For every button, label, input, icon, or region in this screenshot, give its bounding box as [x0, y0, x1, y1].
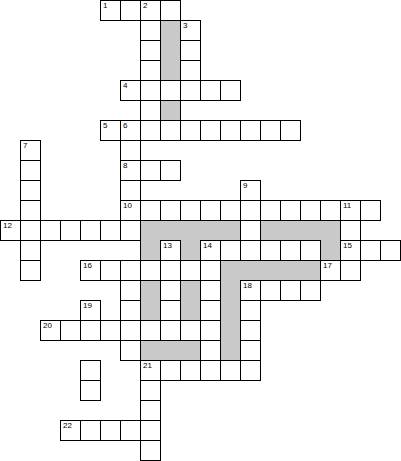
cell-r16c5[interactable]	[100, 320, 121, 341]
cell-r10c12[interactable]	[240, 200, 261, 221]
cell-r15c10[interactable]	[200, 300, 221, 321]
cell-r3c9[interactable]	[180, 60, 201, 81]
clue-number-17: 17	[323, 261, 332, 270]
cell-r4c8[interactable]	[160, 80, 181, 101]
cell-r2c7[interactable]	[140, 40, 161, 61]
cell-r14c12[interactable]: 18	[240, 280, 261, 301]
shaded-cell-r13c12	[240, 260, 261, 281]
cell-r10c13[interactable]	[260, 200, 281, 221]
cell-r11c5[interactable]	[100, 220, 121, 241]
cell-r9c6[interactable]	[120, 180, 141, 201]
cell-r15c4[interactable]: 19	[80, 300, 101, 321]
shaded-cell-r11c16	[320, 220, 341, 241]
cell-r14c15[interactable]	[300, 280, 321, 301]
shaded-cell-r11c15	[300, 220, 321, 241]
cell-r11c2[interactable]	[40, 220, 61, 241]
cell-r21c5[interactable]	[100, 420, 121, 441]
cell-r9c12[interactable]: 9	[240, 180, 261, 201]
shaded-cell-r5c8	[160, 100, 181, 121]
cell-r16c12[interactable]	[240, 320, 261, 341]
shaded-cell-r11c10	[200, 220, 221, 241]
shaded-cell-r17c9	[180, 340, 201, 361]
cell-r10c14[interactable]	[280, 200, 301, 221]
shaded-cell-r14c7	[140, 280, 161, 301]
cell-r12c8[interactable]: 13	[160, 240, 181, 261]
cell-r6c10[interactable]	[200, 120, 221, 141]
cell-r18c12[interactable]	[240, 360, 261, 381]
cell-r6c13[interactable]	[260, 120, 281, 141]
shaded-cell-r11c14	[280, 220, 301, 241]
clue-number-13: 13	[163, 241, 172, 250]
shaded-cell-r13c15	[300, 260, 321, 281]
clue-number-10: 10	[123, 201, 132, 210]
cell-r6c8[interactable]	[160, 120, 181, 141]
shaded-cell-r11c8	[160, 220, 181, 241]
cell-r4c6[interactable]: 4	[120, 80, 141, 101]
cell-r4c11[interactable]	[220, 80, 241, 101]
cell-r15c6[interactable]	[120, 300, 141, 321]
cell-r18c9[interactable]	[180, 360, 201, 381]
cell-r11c1[interactable]	[20, 220, 41, 241]
shaded-cell-r15c7	[140, 300, 161, 321]
shaded-cell-r17c11	[220, 340, 241, 361]
cell-r12c14[interactable]	[280, 240, 301, 261]
clue-number-19: 19	[83, 301, 92, 310]
clue-number-3: 3	[183, 21, 187, 30]
cell-r8c7[interactable]	[140, 160, 161, 181]
cell-r12c18[interactable]	[360, 240, 381, 261]
cell-r4c7[interactable]	[140, 80, 161, 101]
clue-number-5: 5	[103, 121, 107, 130]
cell-r13c5[interactable]	[100, 260, 121, 281]
cell-r21c6[interactable]	[120, 420, 141, 441]
cell-r16c7[interactable]	[140, 320, 161, 341]
cell-r6c9[interactable]	[180, 120, 201, 141]
clue-number-16: 16	[83, 261, 92, 270]
cell-r14c6[interactable]	[120, 280, 141, 301]
cell-r16c8[interactable]	[160, 320, 181, 341]
cell-r10c18[interactable]	[360, 200, 381, 221]
shaded-cell-r11c9	[180, 220, 201, 241]
cell-r10c16[interactable]	[320, 200, 341, 221]
cell-r13c6[interactable]	[120, 260, 141, 281]
shaded-cell-r16c11	[220, 320, 241, 341]
cell-r10c8[interactable]	[160, 200, 181, 221]
shaded-cell-r13c13	[260, 260, 281, 281]
cell-r15c8[interactable]	[160, 300, 181, 321]
cell-r2c9[interactable]	[180, 40, 201, 61]
cell-r12c19[interactable]	[380, 240, 401, 261]
cell-r10c7[interactable]	[140, 200, 161, 221]
cell-r0c7[interactable]: 2	[140, 0, 161, 21]
shaded-cell-r11c11	[220, 220, 241, 241]
cell-r13c16[interactable]: 17	[320, 260, 341, 281]
cell-r13c4[interactable]: 16	[80, 260, 101, 281]
cell-r13c9[interactable]	[180, 260, 201, 281]
crossword-grid: 12345678910111213141516171819202122	[0, 0, 401, 461]
cell-r16c9[interactable]	[180, 320, 201, 341]
clue-number-4: 4	[123, 81, 127, 90]
cell-r1c9[interactable]: 3	[180, 20, 201, 41]
cell-r16c6[interactable]	[120, 320, 141, 341]
shaded-cell-r12c16	[320, 240, 341, 261]
shaded-cell-r13c14	[280, 260, 301, 281]
cell-r3c7[interactable]	[140, 60, 161, 81]
shaded-cell-r17c8	[160, 340, 181, 361]
clue-number-8: 8	[123, 161, 127, 170]
cell-r21c3[interactable]: 22	[60, 420, 81, 441]
cell-r12c10[interactable]: 14	[200, 240, 221, 261]
cell-r10c17[interactable]: 11	[340, 200, 361, 221]
shaded-cell-r11c13	[260, 220, 281, 241]
shaded-cell-r1c8	[160, 20, 181, 41]
cell-r10c15[interactable]	[300, 200, 321, 221]
clue-number-9: 9	[243, 181, 247, 190]
cell-r13c1[interactable]	[20, 260, 41, 281]
cell-r18c8[interactable]	[160, 360, 181, 381]
cell-r10c11[interactable]	[220, 200, 241, 221]
cell-r10c1[interactable]	[20, 200, 41, 221]
cell-r9c1[interactable]	[20, 180, 41, 201]
cell-r19c7[interactable]	[140, 380, 161, 401]
cell-r14c13[interactable]	[260, 280, 281, 301]
shaded-cell-r15c9	[180, 300, 201, 321]
cell-r16c4[interactable]	[80, 320, 101, 341]
cell-r18c11[interactable]	[220, 360, 241, 381]
shaded-cell-r14c9	[180, 280, 201, 301]
cell-r12c12[interactable]	[240, 240, 261, 261]
cell-r8c1[interactable]	[20, 160, 41, 181]
cell-r12c15[interactable]	[300, 240, 321, 261]
cell-r14c14[interactable]	[280, 280, 301, 301]
cell-r12c1[interactable]	[20, 240, 41, 261]
cell-r21c4[interactable]	[80, 420, 101, 441]
cell-r0c6[interactable]	[120, 0, 141, 21]
cell-r11c12[interactable]	[240, 220, 261, 241]
cell-r11c6[interactable]	[120, 220, 141, 241]
cell-r11c0[interactable]: 12	[0, 220, 21, 241]
clue-number-12: 12	[3, 221, 12, 230]
cell-r6c14[interactable]	[280, 120, 301, 141]
cell-r11c17[interactable]	[340, 220, 361, 241]
clue-number-6: 6	[123, 121, 127, 130]
cell-r0c5[interactable]: 1	[100, 0, 121, 21]
cell-r13c17[interactable]	[340, 260, 361, 281]
cell-r6c11[interactable]	[220, 120, 241, 141]
cell-r11c4[interactable]	[80, 220, 101, 241]
clue-number-11: 11	[343, 201, 351, 210]
cell-r18c10[interactable]	[200, 360, 221, 381]
cell-r10c9[interactable]	[180, 200, 201, 221]
cell-r17c10[interactable]	[200, 340, 221, 361]
shaded-cell-r14c11	[220, 280, 241, 301]
shaded-cell-r2c8	[160, 40, 181, 61]
cell-r8c6[interactable]: 8	[120, 160, 141, 181]
cell-r13c7[interactable]	[140, 260, 161, 281]
clue-number-18: 18	[243, 281, 252, 290]
shaded-cell-r11c7	[140, 220, 161, 241]
cell-r7c6[interactable]	[120, 140, 141, 161]
cell-r17c6[interactable]	[120, 340, 141, 361]
cell-r18c4[interactable]	[80, 360, 101, 381]
cell-r16c3[interactable]	[60, 320, 81, 341]
clue-number-22: 22	[63, 421, 72, 430]
cell-r6c12[interactable]	[240, 120, 261, 141]
cell-r22c7[interactable]	[140, 440, 161, 461]
clue-number-21: 21	[143, 361, 152, 370]
cell-r16c2[interactable]: 20	[40, 320, 61, 341]
cell-r16c10[interactable]	[200, 320, 221, 341]
cell-r18c7[interactable]: 21	[140, 360, 161, 381]
cell-r4c10[interactable]	[200, 80, 221, 101]
shaded-cell-r3c8	[160, 60, 181, 81]
cell-r12c11[interactable]	[220, 240, 241, 261]
cell-r10c6[interactable]: 10	[120, 200, 141, 221]
shaded-cell-r12c9	[180, 240, 201, 261]
cell-r7c1[interactable]: 7	[20, 140, 41, 161]
clue-number-1: 1	[103, 1, 107, 10]
cell-r12c13[interactable]	[260, 240, 281, 261]
cell-r19c4[interactable]	[80, 380, 101, 401]
cell-r12c17[interactable]: 15	[340, 240, 361, 261]
cell-r20c7[interactable]	[140, 400, 161, 421]
cell-r8c8[interactable]	[160, 160, 181, 181]
cell-r10c10[interactable]	[200, 200, 221, 221]
shaded-cell-r12c7	[140, 240, 161, 261]
clue-number-2: 2	[143, 1, 147, 10]
cell-r6c6[interactable]: 6	[120, 120, 141, 141]
cell-r4c9[interactable]	[180, 80, 201, 101]
cell-r14c8[interactable]	[160, 280, 181, 301]
cell-r21c7[interactable]	[140, 420, 161, 441]
clue-number-7: 7	[23, 141, 27, 150]
cell-r5c7[interactable]	[140, 100, 161, 121]
clue-number-14: 14	[203, 241, 212, 250]
cell-r11c3[interactable]	[60, 220, 81, 241]
shaded-cell-r15c11	[220, 300, 241, 321]
cell-r1c7[interactable]	[140, 20, 161, 41]
cell-r14c10[interactable]	[200, 280, 221, 301]
shaded-cell-r13c11	[220, 260, 241, 281]
cell-r13c8[interactable]	[160, 260, 181, 281]
cell-r17c12[interactable]	[240, 340, 261, 361]
cell-r6c5[interactable]: 5	[100, 120, 121, 141]
shaded-cell-r17c7	[140, 340, 161, 361]
clue-number-20: 20	[43, 321, 52, 330]
cell-r13c10[interactable]	[200, 260, 221, 281]
cell-r6c7[interactable]	[140, 120, 161, 141]
cell-r15c12[interactable]	[240, 300, 261, 321]
clue-number-15: 15	[343, 241, 352, 250]
cell-r0c8[interactable]	[160, 0, 181, 21]
